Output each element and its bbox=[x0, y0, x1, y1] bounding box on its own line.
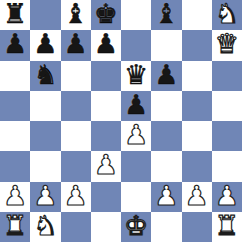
square-e4[interactable]: ♟ bbox=[121, 121, 151, 151]
square-g7[interactable] bbox=[182, 30, 212, 60]
square-d7[interactable]: ♟ bbox=[91, 30, 121, 60]
black-bishop[interactable]: ♝ bbox=[154, 0, 178, 29]
white-rook[interactable]: ♜ bbox=[3, 212, 27, 241]
square-b2[interactable]: ♟ bbox=[30, 182, 60, 212]
square-h8[interactable]: ♞ bbox=[212, 0, 242, 30]
square-h2[interactable]: ♟ bbox=[212, 182, 242, 212]
square-h7[interactable]: ♛ bbox=[212, 30, 242, 60]
white-pawn[interactable]: ♟ bbox=[3, 182, 27, 211]
square-f2[interactable]: ♟ bbox=[151, 182, 181, 212]
square-a4[interactable] bbox=[0, 121, 30, 151]
white-pawn[interactable]: ♟ bbox=[154, 182, 178, 211]
square-e7[interactable] bbox=[121, 30, 151, 60]
square-a7[interactable]: ♟ bbox=[0, 30, 30, 60]
square-f1[interactable] bbox=[151, 212, 181, 242]
square-c2[interactable]: ♟ bbox=[61, 182, 91, 212]
square-d8[interactable]: ♚ bbox=[91, 0, 121, 30]
square-e1[interactable]: ♚ bbox=[121, 212, 151, 242]
square-b7[interactable]: ♟ bbox=[30, 30, 60, 60]
square-h3[interactable] bbox=[212, 151, 242, 181]
square-a5[interactable] bbox=[0, 91, 30, 121]
black-bishop[interactable]: ♝ bbox=[64, 0, 88, 29]
square-b3[interactable] bbox=[30, 151, 60, 181]
white-pawn[interactable]: ♟ bbox=[94, 151, 118, 180]
square-c1[interactable] bbox=[61, 212, 91, 242]
square-d1[interactable] bbox=[91, 212, 121, 242]
black-rook[interactable]: ♜ bbox=[3, 0, 27, 29]
square-d5[interactable] bbox=[91, 91, 121, 121]
square-g6[interactable] bbox=[182, 61, 212, 91]
white-pawn[interactable]: ♟ bbox=[185, 182, 209, 211]
square-a8[interactable]: ♜ bbox=[0, 0, 30, 30]
square-f6[interactable]: ♟ bbox=[151, 61, 181, 91]
square-g3[interactable] bbox=[182, 151, 212, 181]
square-e5[interactable]: ♟ bbox=[121, 91, 151, 121]
square-b8[interactable] bbox=[30, 0, 60, 30]
white-pawn[interactable]: ♟ bbox=[124, 121, 148, 150]
square-g4[interactable] bbox=[182, 121, 212, 151]
square-c4[interactable] bbox=[61, 121, 91, 151]
square-f8[interactable]: ♝ bbox=[151, 0, 181, 30]
square-e3[interactable] bbox=[121, 151, 151, 181]
black-pawn[interactable]: ♟ bbox=[94, 30, 118, 59]
square-a6[interactable] bbox=[0, 61, 30, 91]
white-rook[interactable]: ♜ bbox=[215, 212, 239, 241]
square-b4[interactable] bbox=[30, 121, 60, 151]
square-g2[interactable]: ♟ bbox=[182, 182, 212, 212]
square-g5[interactable] bbox=[182, 91, 212, 121]
square-e8[interactable] bbox=[121, 0, 151, 30]
black-pawn[interactable]: ♟ bbox=[3, 30, 27, 59]
square-g8[interactable] bbox=[182, 0, 212, 30]
square-h1[interactable]: ♜ bbox=[212, 212, 242, 242]
square-d6[interactable] bbox=[91, 61, 121, 91]
square-e6[interactable]: ♛ bbox=[121, 61, 151, 91]
square-a1[interactable]: ♜ bbox=[0, 212, 30, 242]
square-f7[interactable] bbox=[151, 30, 181, 60]
square-c3[interactable] bbox=[61, 151, 91, 181]
square-a2[interactable]: ♟ bbox=[0, 182, 30, 212]
black-pawn[interactable]: ♟ bbox=[124, 91, 148, 120]
white-knight[interactable]: ♞ bbox=[33, 212, 57, 241]
black-knight[interactable]: ♞ bbox=[33, 61, 57, 90]
white-pawn[interactable]: ♟ bbox=[215, 182, 239, 211]
square-h4[interactable] bbox=[212, 121, 242, 151]
black-king[interactable]: ♚ bbox=[94, 0, 118, 29]
white-pawn[interactable]: ♟ bbox=[64, 182, 88, 211]
square-a3[interactable] bbox=[0, 151, 30, 181]
square-c6[interactable] bbox=[61, 61, 91, 91]
square-e2[interactable] bbox=[121, 182, 151, 212]
black-queen[interactable]: ♛ bbox=[124, 61, 148, 90]
square-b6[interactable]: ♞ bbox=[30, 61, 60, 91]
black-pawn[interactable]: ♟ bbox=[64, 30, 88, 59]
black-pawn[interactable]: ♟ bbox=[33, 30, 57, 59]
square-d2[interactable] bbox=[91, 182, 121, 212]
square-b5[interactable] bbox=[30, 91, 60, 121]
square-f5[interactable] bbox=[151, 91, 181, 121]
black-pawn[interactable]: ♟ bbox=[154, 61, 178, 90]
square-c7[interactable]: ♟ bbox=[61, 30, 91, 60]
square-h5[interactable] bbox=[212, 91, 242, 121]
white-knight[interactable]: ♞ bbox=[215, 0, 239, 29]
square-f3[interactable] bbox=[151, 151, 181, 181]
square-b1[interactable]: ♞ bbox=[30, 212, 60, 242]
square-d4[interactable] bbox=[91, 121, 121, 151]
square-c5[interactable] bbox=[61, 91, 91, 121]
square-f4[interactable] bbox=[151, 121, 181, 151]
chess-board: ♜♝♚♝♞♟♟♟♟♛♞♛♟♟♟♟♟♟♟♟♟♟♜♞♚♜ bbox=[0, 0, 242, 242]
square-d3[interactable]: ♟ bbox=[91, 151, 121, 181]
white-pawn[interactable]: ♟ bbox=[33, 182, 57, 211]
white-king[interactable]: ♚ bbox=[124, 212, 148, 241]
square-h6[interactable] bbox=[212, 61, 242, 91]
white-queen[interactable]: ♛ bbox=[215, 30, 239, 59]
square-g1[interactable] bbox=[182, 212, 212, 242]
square-c8[interactable]: ♝ bbox=[61, 0, 91, 30]
